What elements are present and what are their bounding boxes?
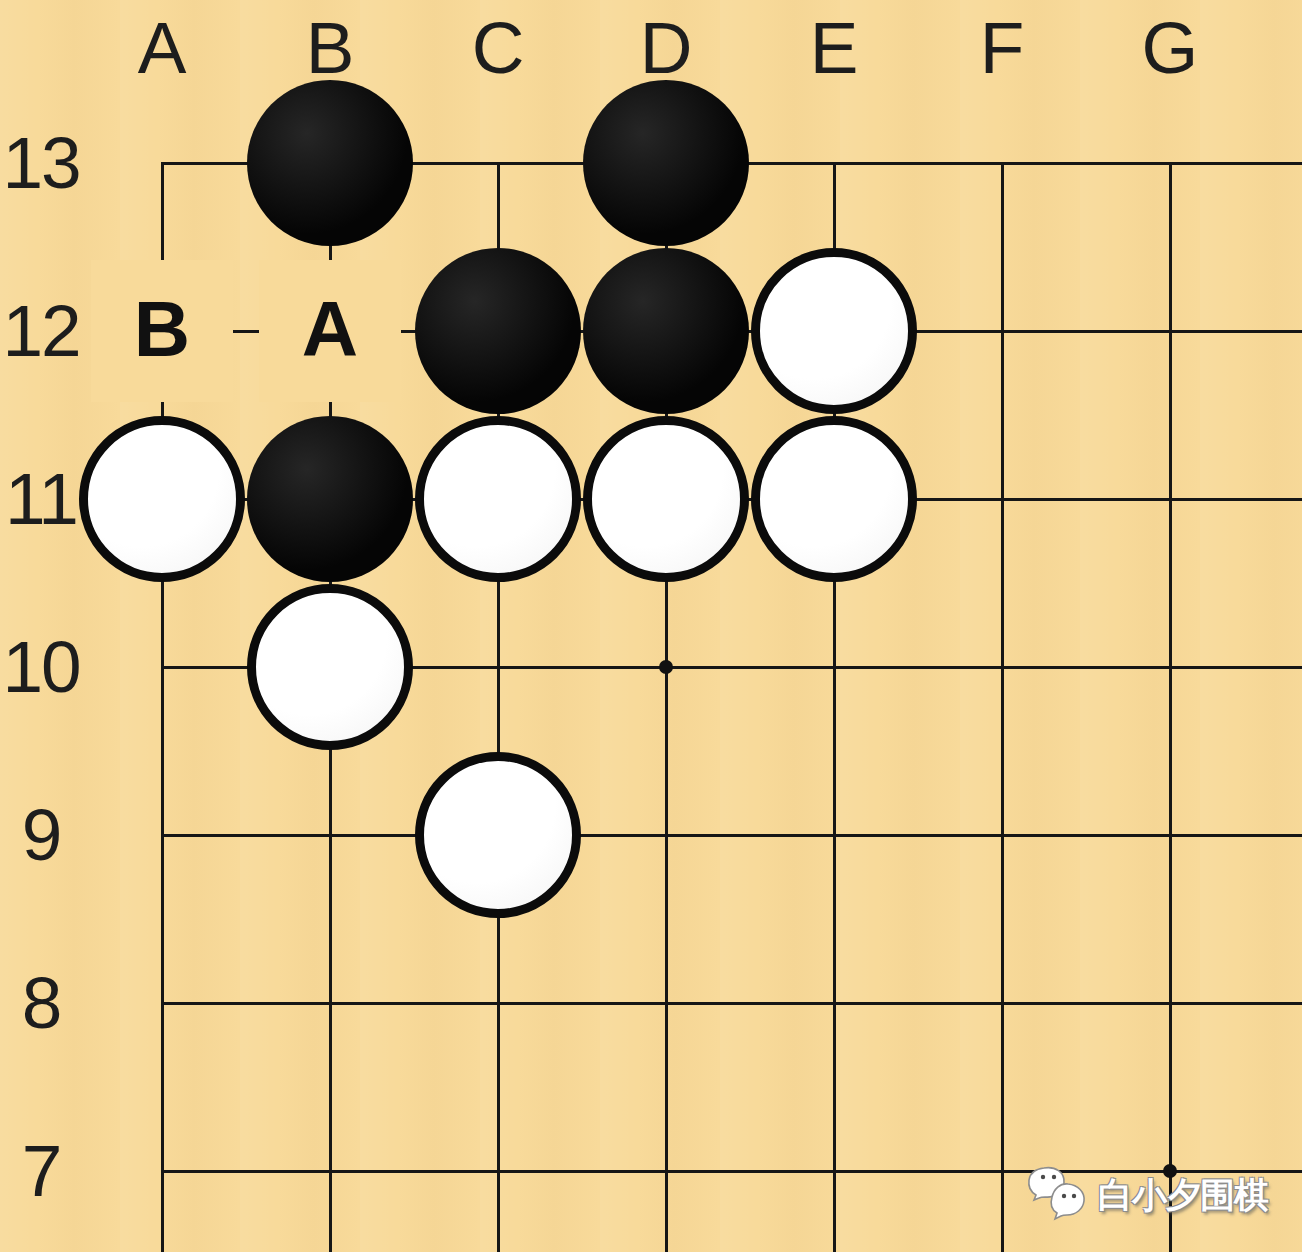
grid-line-v	[161, 1087, 164, 1252]
intersection-G9[interactable]	[1086, 751, 1254, 919]
black-stone-B13	[247, 80, 413, 246]
grid-line-h	[1086, 1002, 1302, 1005]
intersection-C12[interactable]	[414, 247, 582, 415]
grid-line-v	[1001, 583, 1004, 751]
grid-line-v	[1001, 1087, 1004, 1252]
grid-line-h	[161, 834, 247, 837]
intersection-G11[interactable]	[1086, 415, 1254, 583]
grid-line-v	[161, 583, 164, 751]
grid-line-v	[833, 162, 836, 248]
board-grid: BA	[78, 79, 1254, 1252]
intersection-C8[interactable]	[414, 919, 582, 1087]
row-label-13: 13	[0, 117, 82, 209]
grid-line-v	[1001, 919, 1004, 1087]
intersection-B8[interactable]	[246, 919, 414, 1087]
intersection-D7[interactable]	[582, 1087, 750, 1252]
grid-line-v	[161, 919, 164, 1087]
grid-line-v	[1001, 162, 1004, 248]
grid-line-v	[161, 751, 164, 919]
row-label-10: 10	[0, 621, 82, 713]
intersection-E12[interactable]	[750, 247, 918, 415]
white-stone-C9	[415, 752, 581, 918]
intersection-B13[interactable]	[246, 79, 414, 247]
intersection-D12[interactable]	[582, 247, 750, 415]
intersection-F9[interactable]	[918, 751, 1086, 919]
intersection-E11[interactable]	[750, 415, 918, 583]
watermark-text: 白小夕围棋	[1098, 1172, 1268, 1219]
intersection-F10[interactable]	[918, 583, 1086, 751]
grid-line-v	[665, 919, 668, 1087]
grid-line-v	[665, 1087, 668, 1252]
intersection-B12[interactable]: A	[246, 247, 414, 415]
grid-line-h	[1086, 162, 1302, 165]
grid-line-v	[1169, 162, 1172, 248]
grid-line-h	[161, 162, 247, 165]
grid-line-h	[1086, 330, 1302, 333]
intersection-E8[interactable]	[750, 919, 918, 1087]
grid-line-v	[1169, 415, 1172, 583]
intersection-B10[interactable]	[246, 583, 414, 751]
grid-line-h	[161, 1170, 247, 1173]
grid-line-h	[161, 666, 247, 669]
row-label-8: 8	[0, 957, 82, 1049]
intersection-A10[interactable]	[78, 583, 246, 751]
grid-line-v	[1169, 919, 1172, 1087]
grid-line-v	[497, 583, 500, 751]
intersection-F12[interactable]	[918, 247, 1086, 415]
white-stone-C11	[415, 416, 581, 582]
intersection-B9[interactable]	[246, 751, 414, 919]
grid-line-v	[1001, 415, 1004, 583]
grid-line-v	[329, 751, 332, 919]
grid-line-h	[1086, 666, 1302, 669]
grid-line-h	[1086, 834, 1302, 837]
intersection-B7[interactable]	[246, 1087, 414, 1252]
intersection-B11[interactable]	[246, 415, 414, 583]
grid-line-v	[833, 751, 836, 919]
watermark: 白小夕围棋	[1024, 1162, 1268, 1228]
intersection-A12[interactable]: B	[78, 247, 246, 415]
grid-line-v	[1169, 247, 1172, 415]
star-point-D10	[659, 660, 673, 674]
black-stone-D13	[583, 80, 749, 246]
intersection-C7[interactable]	[414, 1087, 582, 1252]
intersection-A8[interactable]	[78, 919, 246, 1087]
intersection-D11[interactable]	[582, 415, 750, 583]
intersection-F13[interactable]	[918, 79, 1086, 247]
intersection-G10[interactable]	[1086, 583, 1254, 751]
grid-line-v	[833, 919, 836, 1087]
white-stone-A11	[79, 416, 245, 582]
grid-line-v	[833, 1087, 836, 1252]
grid-line-h	[1086, 498, 1302, 501]
grid-line-v	[833, 583, 836, 751]
intersection-E9[interactable]	[750, 751, 918, 919]
white-stone-B10	[247, 584, 413, 750]
intersection-C13[interactable]	[414, 79, 582, 247]
grid-line-v	[329, 919, 332, 1087]
intersection-D13[interactable]	[582, 79, 750, 247]
grid-line-v	[497, 162, 500, 248]
intersection-E10[interactable]	[750, 583, 918, 751]
row-label-11: 11	[0, 453, 82, 545]
intersection-A9[interactable]	[78, 751, 246, 919]
intersection-E13[interactable]	[750, 79, 918, 247]
intersection-F8[interactable]	[918, 919, 1086, 1087]
row-label-7: 7	[0, 1125, 82, 1217]
white-stone-E12	[751, 248, 917, 414]
intersection-E7[interactable]	[750, 1087, 918, 1252]
point-label-B12: A	[302, 290, 358, 368]
black-stone-B11	[247, 416, 413, 582]
intersection-A11[interactable]	[78, 415, 246, 583]
grid-line-v	[1169, 583, 1172, 751]
white-stone-D11	[583, 416, 749, 582]
grid-line-v	[161, 162, 164, 248]
grid-line-v	[665, 751, 668, 919]
grid-line-v	[1169, 751, 1172, 919]
row-label-9: 9	[0, 789, 82, 881]
intersection-D10[interactable]	[582, 583, 750, 751]
intersection-G13[interactable]	[1086, 79, 1254, 247]
intersection-D9[interactable]	[582, 751, 750, 919]
grid-line-v	[1001, 247, 1004, 415]
black-stone-C12	[415, 248, 581, 414]
row-label-12: 12	[0, 285, 82, 377]
grid-line-v	[497, 1087, 500, 1252]
intersection-C10[interactable]	[414, 583, 582, 751]
white-stone-E11	[751, 416, 917, 582]
intersection-A7[interactable]	[78, 1087, 246, 1252]
intersection-C9[interactable]	[414, 751, 582, 919]
black-stone-D12	[583, 248, 749, 414]
grid-line-v	[497, 919, 500, 1087]
grid-line-v	[1001, 751, 1004, 919]
intersection-D8[interactable]	[582, 919, 750, 1087]
intersection-A13[interactable]	[78, 79, 246, 247]
grid-line-h	[161, 1002, 247, 1005]
intersection-G8[interactable]	[1086, 919, 1254, 1087]
intersection-C11[interactable]	[414, 415, 582, 583]
go-diagram: ABCDEFG 13121110987 BA 白小夕围棋	[0, 0, 1302, 1252]
grid-line-v	[329, 1087, 332, 1252]
wechat-chat-bubbles-icon	[1024, 1162, 1092, 1228]
point-label-A12: B	[134, 290, 190, 368]
intersection-F11[interactable]	[918, 415, 1086, 583]
intersection-G12[interactable]	[1086, 247, 1254, 415]
